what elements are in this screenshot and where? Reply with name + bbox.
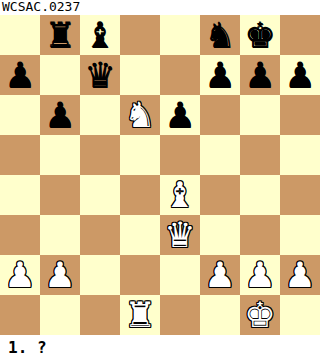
puzzle-title: WCSAC.0237 (0, 0, 320, 15)
square-c1[interactable] (80, 295, 120, 335)
square-b7[interactable] (40, 55, 80, 95)
square-a4[interactable] (0, 175, 40, 215)
square-g1[interactable]: ♚ (240, 295, 280, 335)
square-g5[interactable] (240, 135, 280, 175)
square-c3[interactable] (80, 215, 120, 255)
square-f6[interactable] (200, 95, 240, 135)
square-c7[interactable]: ♛ (80, 55, 120, 95)
square-d3[interactable] (120, 215, 160, 255)
square-e2[interactable] (160, 255, 200, 295)
square-d8[interactable] (120, 15, 160, 55)
piece-white-pawn[interactable]: ♟ (240, 255, 280, 295)
square-f8[interactable]: ♞ (200, 15, 240, 55)
square-c5[interactable] (80, 135, 120, 175)
piece-white-pawn[interactable]: ♟ (280, 255, 320, 295)
square-c4[interactable] (80, 175, 120, 215)
square-h7[interactable]: ♟ (280, 55, 320, 95)
square-c2[interactable] (80, 255, 120, 295)
square-a8[interactable] (0, 15, 40, 55)
piece-white-pawn[interactable]: ♟ (0, 255, 40, 295)
square-d7[interactable] (120, 55, 160, 95)
square-c6[interactable] (80, 95, 120, 135)
square-g2[interactable]: ♟ (240, 255, 280, 295)
square-d5[interactable] (120, 135, 160, 175)
square-g6[interactable] (240, 95, 280, 135)
square-g3[interactable] (240, 215, 280, 255)
piece-black-pawn[interactable]: ♟ (200, 55, 240, 95)
piece-white-rook[interactable]: ♜ (120, 295, 160, 335)
square-h2[interactable]: ♟ (280, 255, 320, 295)
piece-black-pawn[interactable]: ♟ (160, 95, 200, 135)
square-a5[interactable] (0, 135, 40, 175)
square-b3[interactable] (40, 215, 80, 255)
square-a6[interactable] (0, 95, 40, 135)
square-e7[interactable] (160, 55, 200, 95)
piece-black-knight[interactable]: ♞ (200, 15, 240, 55)
square-e5[interactable] (160, 135, 200, 175)
square-f7[interactable]: ♟ (200, 55, 240, 95)
square-e6[interactable]: ♟ (160, 95, 200, 135)
piece-black-bishop[interactable]: ♝ (80, 15, 120, 55)
square-f3[interactable] (200, 215, 240, 255)
piece-black-pawn[interactable]: ♟ (280, 55, 320, 95)
square-d6[interactable]: ♞ (120, 95, 160, 135)
square-h1[interactable] (280, 295, 320, 335)
square-b8[interactable]: ♜ (40, 15, 80, 55)
piece-white-bishop[interactable]: ♝ (160, 175, 200, 215)
square-e3[interactable]: ♛ (160, 215, 200, 255)
square-a2[interactable]: ♟ (0, 255, 40, 295)
square-e8[interactable] (160, 15, 200, 55)
chess-board: ♜♝♞♚♟♛♟♟♟♟♞♟♝♛♟♟♟♟♟♜♚ (0, 15, 320, 335)
square-e4[interactable]: ♝ (160, 175, 200, 215)
move-prompt: 1. ? (0, 335, 320, 360)
square-b2[interactable]: ♟ (40, 255, 80, 295)
piece-white-queen[interactable]: ♛ (160, 215, 200, 255)
square-h4[interactable] (280, 175, 320, 215)
square-h3[interactable] (280, 215, 320, 255)
piece-white-knight[interactable]: ♞ (120, 95, 160, 135)
square-d1[interactable]: ♜ (120, 295, 160, 335)
piece-black-rook[interactable]: ♜ (40, 15, 80, 55)
piece-black-queen[interactable]: ♛ (80, 55, 120, 95)
square-b6[interactable]: ♟ (40, 95, 80, 135)
square-f2[interactable]: ♟ (200, 255, 240, 295)
square-f1[interactable] (200, 295, 240, 335)
piece-black-pawn[interactable]: ♟ (240, 55, 280, 95)
square-a1[interactable] (0, 295, 40, 335)
square-h6[interactable] (280, 95, 320, 135)
square-g7[interactable]: ♟ (240, 55, 280, 95)
square-g8[interactable]: ♚ (240, 15, 280, 55)
piece-black-pawn[interactable]: ♟ (0, 55, 40, 95)
square-d2[interactable] (120, 255, 160, 295)
square-b4[interactable] (40, 175, 80, 215)
square-e1[interactable] (160, 295, 200, 335)
square-d4[interactable] (120, 175, 160, 215)
piece-black-pawn[interactable]: ♟ (40, 95, 80, 135)
square-a3[interactable] (0, 215, 40, 255)
piece-white-pawn[interactable]: ♟ (40, 255, 80, 295)
square-g4[interactable] (240, 175, 280, 215)
piece-white-pawn[interactable]: ♟ (200, 255, 240, 295)
square-c8[interactable]: ♝ (80, 15, 120, 55)
square-f5[interactable] (200, 135, 240, 175)
piece-black-king[interactable]: ♚ (240, 15, 280, 55)
piece-white-king[interactable]: ♚ (240, 295, 280, 335)
square-b5[interactable] (40, 135, 80, 175)
square-b1[interactable] (40, 295, 80, 335)
square-h8[interactable] (280, 15, 320, 55)
square-f4[interactable] (200, 175, 240, 215)
square-a7[interactable]: ♟ (0, 55, 40, 95)
square-h5[interactable] (280, 135, 320, 175)
